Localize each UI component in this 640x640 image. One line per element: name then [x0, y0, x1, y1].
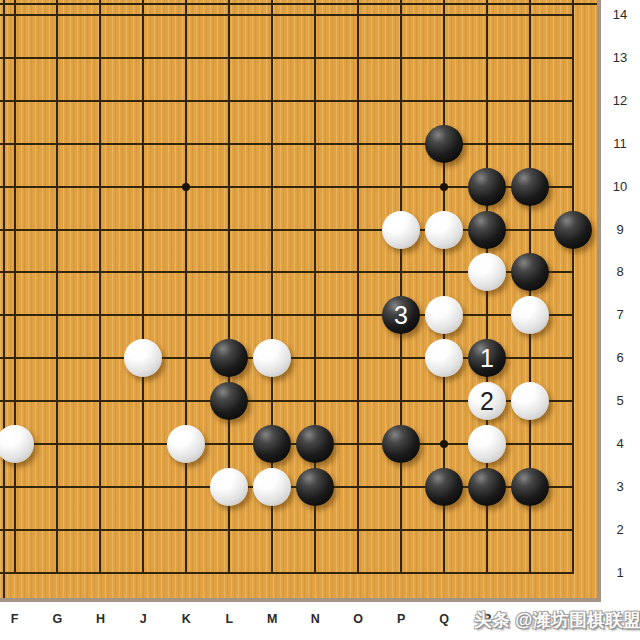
column-label-M: M: [261, 612, 283, 626]
grid-line-row-11: [0, 143, 574, 145]
grid-line-row-2: [0, 529, 574, 531]
row-label-14: 14: [603, 7, 637, 22]
grid-line-row-1: [0, 572, 574, 574]
stone-black-P7: 3: [382, 296, 420, 334]
row-label-10: 10: [603, 179, 637, 194]
go-board: 312: [0, 0, 601, 602]
stone-black-R10: [468, 168, 506, 206]
stone-white-M6: [253, 339, 291, 377]
row-label-5: 5: [603, 393, 637, 408]
stone-white-Q9: [425, 211, 463, 249]
grid-line-row-12: [0, 100, 574, 102]
row-label-13: 13: [603, 50, 637, 65]
column-label-H: H: [89, 612, 111, 626]
column-label-J: J: [132, 612, 154, 626]
stone-white-K4: [167, 425, 205, 463]
stone-black-S8: [511, 253, 549, 291]
stone-black-Q11: [425, 125, 463, 163]
column-label-K: K: [175, 612, 197, 626]
move-number-label-R5: 2: [480, 389, 494, 414]
row-label-8: 8: [603, 264, 637, 279]
grid-line-row-7: [0, 314, 574, 316]
column-label-Q: Q: [433, 612, 455, 626]
stone-white-P9: [382, 211, 420, 249]
column-label-G: G: [46, 612, 68, 626]
go-diagram: 312 1413121110987654321 FGHJKLMNOPQR 头条 …: [0, 0, 640, 640]
column-label-O: O: [347, 612, 369, 626]
star-point-Q10: [440, 183, 448, 191]
stone-black-S3: [511, 468, 549, 506]
column-label-P: P: [390, 612, 412, 626]
row-label-12: 12: [603, 93, 637, 108]
board-frame-line-left: [3, 0, 5, 598]
grid-line-row-13: [0, 57, 574, 59]
stone-black-R6: 1: [468, 339, 506, 377]
stone-black-N3: [296, 468, 334, 506]
row-label-11: 11: [603, 136, 637, 151]
stone-white-R4: [468, 425, 506, 463]
stone-black-S10: [511, 168, 549, 206]
column-label-L: L: [218, 612, 240, 626]
row-label-3: 3: [603, 479, 637, 494]
stone-black-N4: [296, 425, 334, 463]
stone-black-R9: [468, 211, 506, 249]
stone-white-F4: [0, 425, 34, 463]
grid-line-row-14: [0, 14, 574, 16]
stone-white-S7: [511, 296, 549, 334]
stone-black-T9: [554, 211, 592, 249]
stone-black-P4: [382, 425, 420, 463]
row-label-9: 9: [603, 222, 637, 237]
column-label-N: N: [304, 612, 326, 626]
stone-black-L5: [210, 382, 248, 420]
stone-black-L6: [210, 339, 248, 377]
stone-white-R5: 2: [468, 382, 506, 420]
row-label-1: 1: [603, 565, 637, 580]
row-label-6: 6: [603, 350, 637, 365]
stone-white-L3: [210, 468, 248, 506]
move-number-label-P7: 3: [394, 303, 408, 328]
stone-white-Q6: [425, 339, 463, 377]
stone-white-S5: [511, 382, 549, 420]
stone-black-M4: [253, 425, 291, 463]
stone-black-R3: [468, 468, 506, 506]
column-label-F: F: [4, 612, 26, 626]
stone-white-J6: [124, 339, 162, 377]
move-number-label-R6: 1: [480, 346, 494, 371]
board-frame-line-top: [0, 3, 597, 5]
stone-white-Q7: [425, 296, 463, 334]
star-point-Q4: [440, 440, 448, 448]
row-label-7: 7: [603, 307, 637, 322]
star-point-K10: [182, 183, 190, 191]
row-label-2: 2: [603, 522, 637, 537]
stone-white-R8: [468, 253, 506, 291]
row-label-4: 4: [603, 436, 637, 451]
watermark: 头条 @潍坊围棋联盟: [474, 608, 640, 632]
stone-white-M3: [253, 468, 291, 506]
stone-black-Q3: [425, 468, 463, 506]
